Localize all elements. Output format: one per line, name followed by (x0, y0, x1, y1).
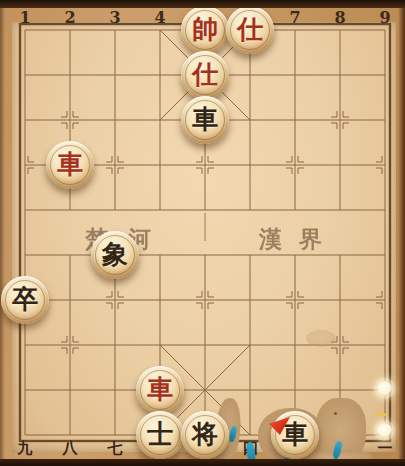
piece-black-elephant[interactable]: 象 (91, 231, 139, 279)
piece-glyph: 仕 (192, 61, 218, 87)
file-numeral-9: 一 (374, 439, 396, 458)
piece-red-general[interactable]: 帥 (181, 6, 229, 54)
piece-glyph: 車 (147, 376, 173, 402)
piece-glyph: 象 (102, 241, 128, 267)
wood-frame-top (0, 0, 405, 8)
file-number-4: 4 (149, 8, 171, 27)
piece-red-chariot-a[interactable]: 車 (46, 141, 94, 189)
file-number-1: 1 (14, 8, 36, 27)
piece-glyph: 仕 (237, 16, 263, 42)
piece-glyph: 将 (192, 421, 218, 447)
image-artifact (306, 330, 336, 347)
piece-glyph: 車 (192, 106, 218, 132)
piece-glyph: 帥 (192, 16, 218, 42)
piece-black-soldier[interactable]: 卒 (1, 276, 49, 324)
file-numeral-1: 九 (14, 439, 36, 458)
file-numeral-2: 八 (59, 439, 81, 458)
wood-frame-bottom (0, 459, 405, 466)
file-number-2: 2 (59, 8, 81, 27)
piece-black-chariot-b[interactable]: 車 (271, 411, 319, 459)
orb-tick-mark (376, 413, 387, 416)
river-label-right: 漢界 (259, 224, 339, 255)
xiangqi-board-screen: 123456789 九八七六五四三二一 楚河 漢界 帥仕仕車車象卒車士将車 (0, 0, 405, 466)
piece-black-general[interactable]: 将 (181, 411, 229, 459)
file-numeral-3: 七 (104, 439, 126, 458)
file-number-3: 3 (104, 8, 126, 27)
piece-black-chariot-a[interactable]: 車 (181, 96, 229, 144)
image-artifact (334, 412, 337, 415)
file-number-9: 9 (374, 8, 396, 27)
piece-black-advisor[interactable]: 士 (136, 411, 184, 459)
glow-orb-button-bottom[interactable] (377, 423, 392, 438)
piece-glyph: 士 (147, 421, 173, 447)
glow-orb-button-top[interactable] (377, 381, 392, 396)
file-number-8: 8 (329, 8, 351, 27)
piece-glyph: 車 (57, 151, 83, 177)
piece-glyph: 卒 (12, 286, 38, 312)
piece-glyph: 車 (282, 421, 308, 447)
piece-red-advisor-a[interactable]: 仕 (226, 6, 274, 54)
piece-red-advisor-b[interactable]: 仕 (181, 51, 229, 99)
piece-red-chariot-b[interactable]: 車 (136, 366, 184, 414)
file-number-7: 7 (284, 8, 306, 27)
